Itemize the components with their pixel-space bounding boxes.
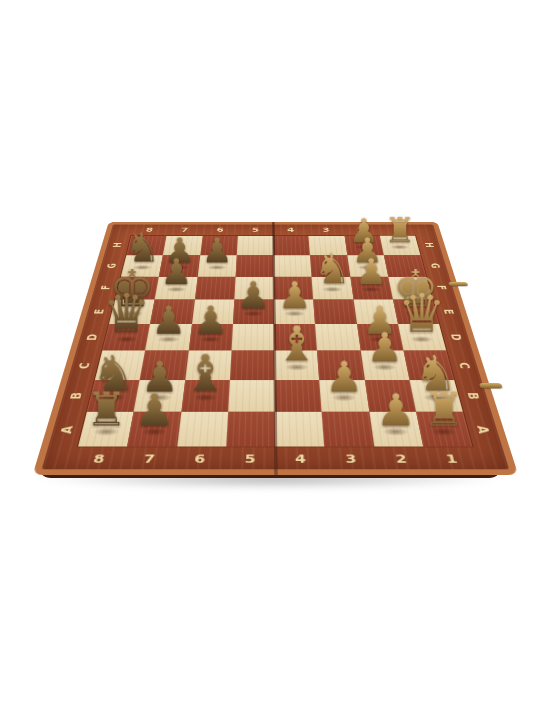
- piece-white-queen: ♛: [398, 286, 446, 339]
- rank-label-far-5: 5: [238, 225, 274, 234]
- square-g6: ♟: [197, 255, 236, 276]
- piece-black-bishop: ♝: [183, 348, 228, 398]
- square-a3: [322, 412, 374, 447]
- file-label-left-g: G: [92, 260, 132, 270]
- rank-label-near-5: 5: [224, 449, 275, 468]
- rank-label-far-3: 3: [308, 225, 344, 234]
- square-b5: [228, 380, 275, 412]
- rank-label-near-8: 8: [71, 449, 126, 468]
- piece-black-pawn: ♟: [151, 301, 186, 340]
- rank-label-far-4: 4: [273, 225, 309, 234]
- square-f6: [194, 277, 235, 300]
- square-a7: ♟: [127, 412, 180, 447]
- square-a5: [226, 412, 275, 447]
- rank-label-near-3: 3: [325, 449, 377, 468]
- file-label-left-h: H: [98, 240, 137, 250]
- rank-label-near-2: 2: [375, 449, 429, 468]
- square-a8: ♜: [78, 412, 134, 447]
- square-a1: ♜: [416, 412, 472, 447]
- square-b3: ♟: [319, 380, 368, 412]
- piece-white-pawn: ♟: [325, 356, 363, 398]
- piece-white-pawn: ♟: [376, 388, 416, 433]
- square-f2: ♟: [350, 277, 393, 300]
- rank-label-near-4: 4: [275, 449, 326, 468]
- file-label-right-g: G: [415, 260, 456, 270]
- square-a2: ♟: [369, 412, 423, 447]
- square-a4: [275, 412, 325, 447]
- chess-board: 87654321 87654321 HGFEDCBA HGFEDCBA ♟♜♞♟…: [33, 222, 519, 475]
- piece-black-pawn: ♟: [237, 277, 271, 314]
- piece-white-pawn: ♟: [355, 254, 387, 290]
- piece-white-knight: ♞: [314, 248, 351, 290]
- square-e5: ♟: [233, 299, 274, 324]
- rank-label-near-7: 7: [122, 449, 175, 468]
- piece-white-pawn: ♟: [366, 327, 402, 368]
- square-c2: ♟: [360, 351, 409, 380]
- rank-label-near-1: 1: [424, 449, 479, 468]
- file-label-right-h: H: [410, 240, 449, 250]
- square-h5: [237, 236, 274, 256]
- piece-black-rook: ♜: [85, 385, 127, 432]
- square-c5: [230, 351, 275, 380]
- product-photo: 87654321 87654321 HGFEDCBA HGFEDCBA ♟♜♞♟…: [0, 0, 540, 720]
- square-a6: [177, 412, 228, 447]
- square-e3: [313, 299, 356, 324]
- square-b6: ♝: [181, 380, 230, 412]
- piece-white-bishop: ♝: [275, 320, 318, 368]
- square-b4: [275, 380, 322, 412]
- piece-black-pawn: ♟: [193, 301, 228, 340]
- piece-black-pawn: ♟: [202, 233, 233, 268]
- square-d5: [231, 324, 274, 351]
- square-f3: ♞: [312, 277, 353, 300]
- piece-black-queen: ♛: [102, 286, 150, 339]
- square-f7: ♟: [155, 277, 197, 300]
- square-c4: ♝: [274, 351, 319, 380]
- piece-black-pawn: ♟: [134, 388, 174, 433]
- brass-latch-icon: [479, 383, 503, 388]
- rank-label-near-6: 6: [173, 449, 225, 468]
- square-d3: [315, 324, 360, 351]
- piece-white-rook: ♜: [423, 385, 465, 432]
- piece-black-pawn: ♟: [160, 254, 192, 290]
- piece-white-pawn: ♟: [277, 277, 311, 314]
- square-h4: [273, 236, 310, 256]
